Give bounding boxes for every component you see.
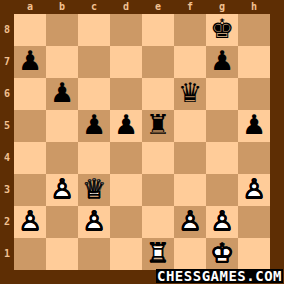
square-b8 <box>46 14 78 46</box>
square-b7 <box>46 46 78 78</box>
white-piece-outline: ♖ <box>142 237 174 269</box>
square-c8 <box>78 14 110 46</box>
square-f7 <box>174 46 206 78</box>
square-c1 <box>78 238 110 270</box>
file-label-b: b <box>46 0 78 14</box>
rank-label-8: 8 <box>0 14 14 46</box>
square-h1 <box>238 238 270 270</box>
file-label-d: d <box>110 0 142 14</box>
square-e5: ♜ <box>142 110 174 142</box>
rank-label-7: 7 <box>0 46 14 78</box>
piece-bk-g8: ♚ <box>206 13 238 45</box>
square-c5: ♟ <box>78 110 110 142</box>
white-piece-outline: ♙ <box>46 173 78 205</box>
chess-diagram: a b c d e f g h 8 7 6 5 4 3 2 1 ♚♟♟♟♛♟♟♜… <box>0 0 284 284</box>
square-e7 <box>142 46 174 78</box>
white-piece-outline: ♙ <box>238 173 270 205</box>
square-e8 <box>142 14 174 46</box>
piece-bp-h5: ♟ <box>238 109 270 141</box>
square-b2 <box>46 206 78 238</box>
square-a4 <box>14 142 46 174</box>
square-d7 <box>110 46 142 78</box>
piece-wq-c3: ♛♕ <box>78 173 110 205</box>
square-h3: ♟♙ <box>238 174 270 206</box>
square-c7 <box>78 46 110 78</box>
file-label-a: a <box>14 0 46 14</box>
square-e3 <box>142 174 174 206</box>
square-h6 <box>238 78 270 110</box>
square-h8 <box>238 14 270 46</box>
square-f8 <box>174 14 206 46</box>
square-g8: ♚ <box>206 14 238 46</box>
square-b1 <box>46 238 78 270</box>
square-g2: ♟♙ <box>206 206 238 238</box>
piece-wp-c2: ♟♙ <box>78 205 110 237</box>
piece-bp-d5: ♟ <box>110 109 142 141</box>
square-h5: ♟ <box>238 110 270 142</box>
square-a5 <box>14 110 46 142</box>
square-a1 <box>14 238 46 270</box>
square-h2 <box>238 206 270 238</box>
square-d5: ♟ <box>110 110 142 142</box>
square-g4 <box>206 142 238 174</box>
file-label-h: h <box>238 0 270 14</box>
square-b3: ♟♙ <box>46 174 78 206</box>
piece-wp-b3: ♟♙ <box>46 173 78 205</box>
square-e4 <box>142 142 174 174</box>
piece-br-e5: ♜ <box>142 109 174 141</box>
rank-label-3: 3 <box>0 174 14 206</box>
chess-board: ♚♟♟♟♛♟♟♜♟♟♙♛♕♟♙♟♙♟♙♟♙♟♙♜♖♚♔ <box>14 14 270 270</box>
white-piece-outline: ♙ <box>14 205 46 237</box>
square-b5 <box>46 110 78 142</box>
square-d8 <box>110 14 142 46</box>
square-d4 <box>110 142 142 174</box>
square-e2 <box>142 206 174 238</box>
white-piece-outline: ♙ <box>206 205 238 237</box>
piece-bp-c5: ♟ <box>78 109 110 141</box>
square-f2: ♟♙ <box>174 206 206 238</box>
square-c4 <box>78 142 110 174</box>
file-label-c: c <box>78 0 110 14</box>
piece-wp-f2: ♟♙ <box>174 205 206 237</box>
rank-label-6: 6 <box>0 78 14 110</box>
square-c3: ♛♕ <box>78 174 110 206</box>
piece-wk-g1: ♚♔ <box>206 237 238 269</box>
piece-wp-h3: ♟♙ <box>238 173 270 205</box>
rank-label-2: 2 <box>0 206 14 238</box>
square-g1: ♚♔ <box>206 238 238 270</box>
square-h7 <box>238 46 270 78</box>
square-e1: ♜♖ <box>142 238 174 270</box>
square-a2: ♟♙ <box>14 206 46 238</box>
file-label-e: e <box>142 0 174 14</box>
square-g5 <box>206 110 238 142</box>
piece-wr-e1: ♜♖ <box>142 237 174 269</box>
file-label-f: f <box>174 0 206 14</box>
square-g3 <box>206 174 238 206</box>
piece-wp-a2: ♟♙ <box>14 205 46 237</box>
square-b4 <box>46 142 78 174</box>
square-h4 <box>238 142 270 174</box>
square-e6 <box>142 78 174 110</box>
square-d1 <box>110 238 142 270</box>
piece-bp-b6: ♟ <box>46 77 78 109</box>
white-piece-outline: ♙ <box>78 205 110 237</box>
square-d6 <box>110 78 142 110</box>
rank-label-1: 1 <box>0 238 14 270</box>
square-c2: ♟♙ <box>78 206 110 238</box>
piece-bp-g7: ♟ <box>206 45 238 77</box>
file-label-g: g <box>206 0 238 14</box>
white-piece-outline: ♔ <box>206 237 238 269</box>
square-d3 <box>110 174 142 206</box>
square-g7: ♟ <box>206 46 238 78</box>
square-f1 <box>174 238 206 270</box>
square-f3 <box>174 174 206 206</box>
square-a3 <box>14 174 46 206</box>
square-a7: ♟ <box>14 46 46 78</box>
square-f5 <box>174 110 206 142</box>
piece-bp-a7: ♟ <box>14 45 46 77</box>
square-a6 <box>14 78 46 110</box>
file-labels: a b c d e f g h <box>14 0 270 14</box>
square-f4 <box>174 142 206 174</box>
chessgames-watermark: CHESSGAMES.COM <box>156 269 283 283</box>
rank-label-5: 5 <box>0 110 14 142</box>
white-piece-outline: ♕ <box>78 173 110 205</box>
square-g6 <box>206 78 238 110</box>
square-a8 <box>14 14 46 46</box>
square-b6: ♟ <box>46 78 78 110</box>
rank-label-4: 4 <box>0 142 14 174</box>
piece-bq-f6: ♛ <box>174 77 206 109</box>
white-piece-outline: ♙ <box>174 205 206 237</box>
rank-labels: 8 7 6 5 4 3 2 1 <box>0 14 14 270</box>
square-f6: ♛ <box>174 78 206 110</box>
piece-wp-g2: ♟♙ <box>206 205 238 237</box>
square-d2 <box>110 206 142 238</box>
square-c6 <box>78 78 110 110</box>
